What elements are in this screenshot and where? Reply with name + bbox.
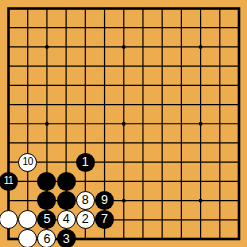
intersection[interactable]: 8 xyxy=(76,191,95,210)
intersection[interactable] xyxy=(153,210,172,229)
intersection[interactable] xyxy=(57,76,76,95)
move-number: 5 xyxy=(43,213,50,226)
intersection[interactable] xyxy=(95,76,114,95)
intersection[interactable] xyxy=(133,114,152,133)
intersection[interactable] xyxy=(95,229,114,247)
intersection[interactable] xyxy=(37,133,56,152)
black-stone xyxy=(57,172,76,191)
intersection[interactable] xyxy=(229,95,247,114)
black-stone: 5 xyxy=(37,210,56,229)
intersection[interactable]: 5 xyxy=(37,210,56,229)
intersection[interactable] xyxy=(229,57,247,76)
intersection[interactable] xyxy=(153,18,172,37)
intersection[interactable] xyxy=(18,95,37,114)
intersection[interactable] xyxy=(76,0,95,18)
intersection[interactable] xyxy=(191,153,210,172)
intersection[interactable] xyxy=(191,37,210,56)
move-number: 3 xyxy=(63,233,70,246)
black-stone: 1 xyxy=(76,153,95,172)
intersection[interactable] xyxy=(76,95,95,114)
intersection[interactable] xyxy=(210,133,229,152)
intersection[interactable] xyxy=(0,191,18,210)
intersection[interactable] xyxy=(18,172,37,191)
intersection[interactable] xyxy=(18,191,37,210)
intersection[interactable] xyxy=(57,57,76,76)
intersection[interactable] xyxy=(114,210,133,229)
black-stone xyxy=(57,191,76,210)
intersection[interactable] xyxy=(18,57,37,76)
intersection[interactable] xyxy=(0,0,18,18)
intersection[interactable] xyxy=(114,18,133,37)
intersection[interactable] xyxy=(0,210,18,229)
intersection[interactable] xyxy=(114,191,133,210)
move-number: 2 xyxy=(82,213,89,226)
black-stone: 7 xyxy=(95,210,114,229)
go-diagram: 1011189542763 xyxy=(0,0,247,247)
intersection[interactable]: 4 xyxy=(57,210,76,229)
intersection[interactable]: 10 xyxy=(18,153,37,172)
intersection[interactable] xyxy=(95,114,114,133)
white-stone: 8 xyxy=(76,191,95,210)
black-stone: 11 xyxy=(0,172,18,191)
intersection[interactable] xyxy=(191,57,210,76)
intersection[interactable] xyxy=(172,0,191,18)
intersection[interactable] xyxy=(133,95,152,114)
black-stone: 9 xyxy=(95,191,114,210)
intersection[interactable] xyxy=(210,18,229,37)
intersection[interactable]: 2 xyxy=(76,210,95,229)
intersection[interactable] xyxy=(0,57,18,76)
move-number: 9 xyxy=(101,194,108,207)
intersection[interactable] xyxy=(37,172,56,191)
black-stone: 3 xyxy=(57,229,76,247)
intersection[interactable]: 3 xyxy=(57,229,76,247)
intersection[interactable] xyxy=(133,133,152,152)
intersection[interactable] xyxy=(191,229,210,247)
intersection[interactable] xyxy=(133,76,152,95)
intersection[interactable] xyxy=(229,37,247,56)
intersection[interactable] xyxy=(18,210,37,229)
intersection[interactable] xyxy=(133,172,152,191)
intersection[interactable] xyxy=(153,95,172,114)
intersection[interactable] xyxy=(114,229,133,247)
intersection[interactable] xyxy=(18,133,37,152)
intersection[interactable] xyxy=(153,229,172,247)
intersection[interactable] xyxy=(114,76,133,95)
intersection[interactable] xyxy=(191,114,210,133)
intersection[interactable] xyxy=(76,57,95,76)
intersection[interactable] xyxy=(210,57,229,76)
intersection[interactable] xyxy=(172,18,191,37)
intersection[interactable] xyxy=(229,76,247,95)
intersection[interactable] xyxy=(172,172,191,191)
intersection[interactable] xyxy=(37,95,56,114)
intersection[interactable]: 11 xyxy=(0,172,18,191)
intersection[interactable] xyxy=(0,18,18,37)
black-stone xyxy=(37,172,56,191)
intersection[interactable] xyxy=(114,95,133,114)
intersection[interactable] xyxy=(210,210,229,229)
intersection[interactable] xyxy=(18,114,37,133)
intersection[interactable] xyxy=(172,114,191,133)
intersection[interactable] xyxy=(229,210,247,229)
intersection[interactable] xyxy=(229,153,247,172)
go-board[interactable]: 1011189542763 xyxy=(0,0,247,247)
intersection[interactable] xyxy=(57,191,76,210)
intersection[interactable] xyxy=(76,114,95,133)
intersection[interactable] xyxy=(210,191,229,210)
move-number: 1 xyxy=(82,156,89,169)
intersection[interactable] xyxy=(153,0,172,18)
white-stone: 10 xyxy=(18,153,37,172)
intersection[interactable] xyxy=(191,76,210,95)
intersection[interactable] xyxy=(0,95,18,114)
white-stone xyxy=(18,210,37,229)
intersection[interactable] xyxy=(210,37,229,56)
intersection[interactable] xyxy=(0,37,18,56)
intersection[interactable] xyxy=(153,114,172,133)
intersection[interactable]: 7 xyxy=(95,210,114,229)
intersection[interactable] xyxy=(172,229,191,247)
intersection[interactable] xyxy=(153,153,172,172)
intersection[interactable] xyxy=(172,76,191,95)
intersection[interactable] xyxy=(37,0,56,18)
intersection[interactable] xyxy=(172,57,191,76)
intersection[interactable] xyxy=(37,76,56,95)
intersection[interactable] xyxy=(172,153,191,172)
intersection[interactable] xyxy=(153,37,172,56)
intersection[interactable] xyxy=(191,18,210,37)
intersection[interactable] xyxy=(153,76,172,95)
white-stone: 6 xyxy=(37,229,56,247)
intersection[interactable] xyxy=(114,37,133,56)
intersection[interactable] xyxy=(191,0,210,18)
intersection[interactable] xyxy=(191,191,210,210)
intersection[interactable] xyxy=(57,172,76,191)
intersection[interactable] xyxy=(18,37,37,56)
intersection[interactable] xyxy=(76,133,95,152)
intersection[interactable] xyxy=(133,18,152,37)
white-stone: 4 xyxy=(57,210,76,229)
move-number: 6 xyxy=(43,233,50,246)
intersection[interactable] xyxy=(153,57,172,76)
intersection[interactable] xyxy=(229,18,247,37)
intersection[interactable] xyxy=(229,133,247,152)
intersection[interactable] xyxy=(114,172,133,191)
intersection[interactable] xyxy=(210,172,229,191)
move-number: 4 xyxy=(63,213,70,226)
intersection[interactable] xyxy=(76,18,95,37)
move-number: 7 xyxy=(101,213,108,226)
intersection[interactable] xyxy=(229,191,247,210)
intersection[interactable] xyxy=(133,37,152,56)
intersection[interactable] xyxy=(95,133,114,152)
intersection[interactable] xyxy=(229,229,247,247)
black-stone xyxy=(37,191,56,210)
intersection[interactable] xyxy=(95,37,114,56)
intersection[interactable] xyxy=(18,18,37,37)
white-stone: 2 xyxy=(76,210,95,229)
intersection[interactable] xyxy=(37,153,56,172)
intersection[interactable]: 9 xyxy=(95,191,114,210)
intersection[interactable] xyxy=(37,191,56,210)
intersection[interactable] xyxy=(76,172,95,191)
intersection[interactable] xyxy=(95,57,114,76)
intersection[interactable] xyxy=(95,172,114,191)
intersection[interactable] xyxy=(114,57,133,76)
intersection[interactable] xyxy=(57,0,76,18)
intersection[interactable] xyxy=(172,210,191,229)
intersection[interactable] xyxy=(191,210,210,229)
move-number: 8 xyxy=(82,194,89,207)
move-number: 11 xyxy=(4,176,14,186)
intersection[interactable] xyxy=(191,172,210,191)
intersection[interactable] xyxy=(153,191,172,210)
intersection[interactable] xyxy=(114,114,133,133)
intersection[interactable] xyxy=(210,229,229,247)
intersection[interactable] xyxy=(210,153,229,172)
intersection[interactable] xyxy=(229,172,247,191)
intersection[interactable] xyxy=(18,0,37,18)
intersection[interactable] xyxy=(95,153,114,172)
intersection[interactable] xyxy=(95,18,114,37)
intersection[interactable] xyxy=(133,210,152,229)
intersection[interactable] xyxy=(0,153,18,172)
intersection[interactable] xyxy=(57,114,76,133)
intersection[interactable] xyxy=(76,37,95,56)
intersection[interactable]: 1 xyxy=(76,153,95,172)
intersection[interactable] xyxy=(133,229,152,247)
intersection[interactable] xyxy=(191,95,210,114)
intersection[interactable] xyxy=(37,37,56,56)
intersection[interactable] xyxy=(153,172,172,191)
intersection[interactable] xyxy=(37,114,56,133)
intersection[interactable] xyxy=(229,114,247,133)
intersection[interactable] xyxy=(0,114,18,133)
intersection[interactable] xyxy=(18,76,37,95)
intersection[interactable] xyxy=(210,0,229,18)
intersection[interactable] xyxy=(172,37,191,56)
intersection[interactable] xyxy=(57,133,76,152)
intersection[interactable] xyxy=(153,133,172,152)
intersection[interactable] xyxy=(172,191,191,210)
intersection[interactable] xyxy=(133,191,152,210)
intersection[interactable] xyxy=(210,76,229,95)
intersection[interactable] xyxy=(18,229,37,247)
intersection[interactable] xyxy=(229,0,247,18)
intersection[interactable] xyxy=(95,95,114,114)
intersection[interactable] xyxy=(57,37,76,56)
white-stone xyxy=(18,229,37,247)
intersection[interactable] xyxy=(114,153,133,172)
intersection[interactable] xyxy=(0,133,18,152)
move-number: 10 xyxy=(23,157,33,167)
intersection[interactable] xyxy=(37,18,56,37)
intersection[interactable] xyxy=(37,57,56,76)
intersection[interactable] xyxy=(57,153,76,172)
intersection[interactable] xyxy=(210,95,229,114)
intersection[interactable] xyxy=(114,0,133,18)
intersection[interactable] xyxy=(172,133,191,152)
intersection[interactable] xyxy=(172,95,191,114)
intersection[interactable] xyxy=(191,133,210,152)
intersection[interactable] xyxy=(76,229,95,247)
intersection[interactable] xyxy=(133,0,152,18)
intersection[interactable] xyxy=(0,76,18,95)
intersection[interactable] xyxy=(76,76,95,95)
white-stone xyxy=(0,210,18,229)
intersection[interactable] xyxy=(133,57,152,76)
intersection[interactable] xyxy=(95,0,114,18)
intersection[interactable] xyxy=(57,18,76,37)
intersection[interactable] xyxy=(210,114,229,133)
intersection[interactable]: 6 xyxy=(37,229,56,247)
intersection[interactable] xyxy=(57,95,76,114)
intersection[interactable] xyxy=(114,133,133,152)
intersection[interactable] xyxy=(133,153,152,172)
intersection[interactable] xyxy=(0,229,18,247)
